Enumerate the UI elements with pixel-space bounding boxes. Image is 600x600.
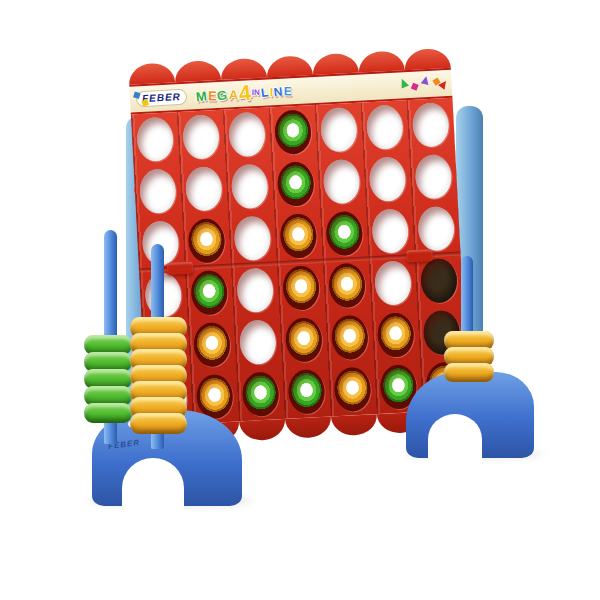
banner-letter: G xyxy=(217,88,229,102)
spare-green-disc[interactable] xyxy=(84,403,132,423)
seam-tab xyxy=(406,249,433,262)
cell-r2c3[interactable] xyxy=(225,159,274,213)
cell-r5c3[interactable] xyxy=(234,315,283,369)
orange-disc[interactable] xyxy=(285,317,323,363)
orange-disc[interactable] xyxy=(279,213,317,259)
empty-hole xyxy=(366,104,404,150)
banner-letter: A xyxy=(228,88,238,101)
orange-disc[interactable] xyxy=(333,366,371,412)
cell-r4c3[interactable] xyxy=(231,263,280,317)
cell-r2c4[interactable] xyxy=(271,157,320,211)
confetti-icon xyxy=(398,77,409,88)
green-disc[interactable] xyxy=(190,270,228,316)
empty-hole xyxy=(231,164,269,210)
cell-r1c7[interactable] xyxy=(406,98,455,152)
empty-hole xyxy=(412,102,450,148)
cell-r4c4[interactable] xyxy=(277,261,326,315)
orange-disc[interactable] xyxy=(331,315,369,361)
cell-r3c5[interactable] xyxy=(320,206,369,260)
confetti-icon xyxy=(411,83,419,91)
cell-r3c3[interactable] xyxy=(228,211,277,265)
cell-r6c5[interactable] xyxy=(328,362,377,416)
cell-r1c1[interactable] xyxy=(131,112,180,166)
orange-disc[interactable] xyxy=(328,263,366,309)
scallop-bump xyxy=(128,62,175,84)
spare-yellow-disc-stack-left xyxy=(130,322,187,434)
empty-hole xyxy=(374,260,412,306)
green-disc[interactable] xyxy=(274,109,312,155)
spare-green-disc-stack xyxy=(84,338,132,423)
cell-r2c6[interactable] xyxy=(363,152,412,206)
banner-title: MEGA4INLINE xyxy=(195,80,292,107)
cell-r4c7[interactable] xyxy=(415,254,464,308)
banner-letter: L xyxy=(260,86,269,99)
cell-r2c7[interactable] xyxy=(409,150,458,204)
scallop-bump xyxy=(220,57,267,79)
cell-r4c2[interactable] xyxy=(185,266,234,320)
empty-hole xyxy=(323,159,361,205)
banner-letter: E xyxy=(283,85,291,97)
empty-hole xyxy=(233,216,271,262)
cell-r1c5[interactable] xyxy=(315,103,364,157)
banner-letter: IN xyxy=(252,89,260,97)
banner-letter: I xyxy=(269,86,273,98)
orange-disc[interactable] xyxy=(193,322,231,368)
orange-disc[interactable] xyxy=(377,312,415,358)
empty-hole xyxy=(417,206,455,252)
empty-hole xyxy=(371,208,409,254)
cell-r3c2[interactable] xyxy=(182,214,231,268)
left-foot-arch xyxy=(122,458,184,518)
cell-r4c6[interactable] xyxy=(369,256,418,310)
spare-yellow-disc[interactable] xyxy=(444,363,494,382)
spare-yellow-disc[interactable] xyxy=(130,413,187,434)
green-disc[interactable] xyxy=(287,369,325,415)
cell-r2c2[interactable] xyxy=(179,162,228,216)
scallop-bump xyxy=(312,53,359,75)
cell-r1c4[interactable] xyxy=(269,105,318,159)
empty-hole xyxy=(139,168,177,214)
scallop-bump xyxy=(239,419,286,441)
scallop-bump xyxy=(266,55,313,77)
confetti-icon xyxy=(421,75,430,84)
cell-r6c4[interactable] xyxy=(282,365,331,419)
cell-r2c1[interactable] xyxy=(134,164,183,218)
spare-yellow-disc-stack-right xyxy=(444,334,494,382)
empty-hole xyxy=(414,154,452,200)
cell-r1c6[interactable] xyxy=(361,100,410,154)
green-disc[interactable] xyxy=(242,371,280,417)
scallop-bump xyxy=(331,414,378,436)
empty-hole xyxy=(185,166,223,212)
cell-r6c3[interactable] xyxy=(236,367,285,421)
scallop-bump xyxy=(285,417,332,439)
scallop-bump xyxy=(174,60,221,82)
empty-hole xyxy=(420,258,458,304)
right-foot xyxy=(406,372,534,458)
scallop-bump xyxy=(404,48,451,70)
green-disc[interactable] xyxy=(325,211,363,257)
banner-letter: 4 xyxy=(238,82,253,105)
cell-r1c3[interactable] xyxy=(223,107,272,161)
cell-r5c4[interactable] xyxy=(280,313,329,367)
product-photo-giant-connect-four: FEBER MEGA4INLINE FEBER xyxy=(0,0,600,600)
empty-hole xyxy=(136,116,174,162)
green-disc[interactable] xyxy=(277,161,315,207)
cell-r5c5[interactable] xyxy=(325,310,374,364)
banner-letter: N xyxy=(273,85,283,98)
orange-disc[interactable] xyxy=(282,265,320,311)
scallop-bump xyxy=(358,50,405,72)
empty-hole xyxy=(368,156,406,202)
cell-r4c5[interactable] xyxy=(323,258,372,312)
cell-r2c5[interactable] xyxy=(317,155,366,209)
banner-letter: E xyxy=(208,89,217,102)
empty-hole xyxy=(182,114,220,160)
empty-hole xyxy=(236,267,274,313)
cell-r3c7[interactable] xyxy=(412,202,461,256)
seam-tab xyxy=(167,262,194,275)
empty-hole xyxy=(320,107,358,153)
banner-letter: M xyxy=(195,89,207,103)
empty-hole xyxy=(228,112,266,158)
cell-r5c2[interactable] xyxy=(188,318,237,372)
right-foot-arch xyxy=(428,414,482,464)
cell-r5c6[interactable] xyxy=(371,308,420,362)
cell-r3c4[interactable] xyxy=(274,209,323,263)
orange-disc[interactable] xyxy=(187,218,225,264)
empty-hole xyxy=(239,319,277,365)
cell-r1c2[interactable] xyxy=(177,110,226,164)
